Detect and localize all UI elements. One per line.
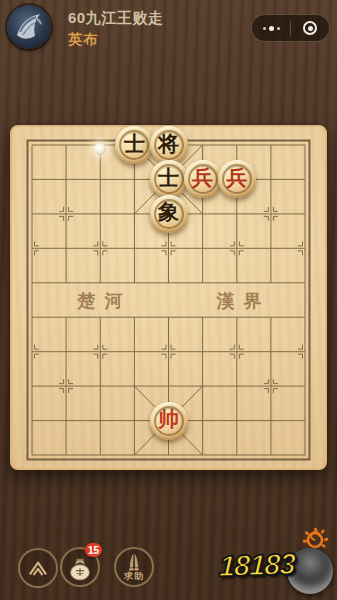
more-button[interactable] — [252, 15, 290, 41]
wechat-capsule — [251, 14, 330, 42]
page-subtitle: 英布 — [68, 31, 98, 49]
help-label: 求助 — [124, 570, 144, 583]
move-origin-marker — [94, 143, 106, 155]
river-label-right: 漢界 — [194, 289, 284, 313]
piece-red-soldier-2[interactable]: 兵 — [218, 160, 256, 198]
piece-black-general[interactable]: 将 — [150, 126, 188, 164]
hint-count-badge: 15 — [85, 543, 102, 557]
help-button[interactable]: 求助 — [114, 547, 154, 587]
page-title: 60九江王败走 — [68, 9, 163, 28]
more-icon — [263, 27, 266, 30]
avatar[interactable] — [7, 5, 51, 49]
double-chevron-up-icon — [20, 550, 56, 586]
app-screen: 60九江王败走 英布 — [0, 0, 337, 600]
avatar-art — [7, 5, 51, 49]
watermark-18183: 18183 — [219, 524, 333, 596]
circle-dot-icon — [303, 21, 317, 35]
close-button[interactable] — [291, 15, 329, 41]
piece-red-soldier-1[interactable]: 兵 — [184, 160, 222, 198]
xiangqi-board[interactable]: 楚河 漢界 士 将 士 兵 兵 象 帅 — [10, 125, 327, 470]
watermark-text: 18183 — [218, 548, 295, 584]
river-label-left: 楚河 — [55, 289, 145, 313]
menu-button[interactable] — [18, 548, 58, 588]
piece-red-general[interactable]: 帅 — [150, 402, 188, 440]
header-bar: 60九江王败走 英布 — [0, 0, 337, 56]
piece-black-elephant[interactable]: 象 — [150, 195, 188, 233]
piece-black-advisor-2[interactable]: 士 — [150, 160, 188, 198]
